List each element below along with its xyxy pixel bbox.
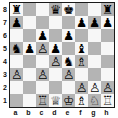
chess-board: ♜♛♚♜♟♟♟♟♟♟♞♟♙♟♝♙♞♗♙♙♙♙♙♙♖♕♔♗♘♖ [9, 2, 115, 108]
square-h7[interactable]: ♟ [101, 16, 114, 29]
square-d7[interactable] [49, 16, 62, 29]
square-e4[interactable]: ♞ [62, 55, 75, 68]
square-f2[interactable]: ♙ [75, 81, 88, 94]
square-f6[interactable] [75, 29, 88, 42]
file-labels: abcdefgh [9, 108, 115, 118]
white-rook-icon: ♖ [37, 94, 48, 107]
square-g1[interactable]: ♘ [88, 94, 101, 107]
square-g7[interactable]: ♟ [88, 16, 101, 29]
square-b1[interactable] [23, 94, 36, 107]
rank-label-3: 3 [0, 68, 9, 81]
black-knight-icon: ♞ [11, 42, 22, 55]
square-e2[interactable] [62, 81, 75, 94]
file-label-h: h [100, 108, 113, 118]
square-f1[interactable]: ♗ [75, 94, 88, 107]
file-label-c: c [35, 108, 48, 118]
square-c7[interactable] [36, 16, 49, 29]
file-label-a: a [9, 108, 22, 118]
square-h2[interactable]: ♙ [101, 81, 114, 94]
square-a1[interactable] [10, 94, 23, 107]
square-h8[interactable]: ♜ [101, 3, 114, 16]
square-a3[interactable]: ♙ [10, 68, 23, 81]
file-label-b: b [22, 108, 35, 118]
rank-label-1: 1 [0, 94, 9, 107]
square-c2[interactable] [36, 81, 49, 94]
square-c3[interactable]: ♙ [36, 68, 49, 81]
square-f5[interactable]: ♝ [75, 42, 88, 55]
white-bishop-icon: ♗ [76, 55, 87, 68]
square-d2[interactable] [49, 81, 62, 94]
file-label-g: g [87, 108, 100, 118]
file-label-d: d [48, 108, 61, 118]
square-f8[interactable] [75, 3, 88, 16]
square-h1[interactable]: ♖ [101, 94, 114, 107]
square-d6[interactable] [49, 29, 62, 42]
square-h4[interactable] [101, 55, 114, 68]
black-pawn-icon: ♟ [89, 16, 100, 29]
rank-label-2: 2 [0, 81, 9, 94]
rank-label-7: 7 [0, 16, 9, 29]
black-pawn-icon: ♟ [37, 29, 48, 42]
square-c4[interactable] [36, 55, 49, 68]
white-rook-icon: ♖ [102, 94, 113, 107]
black-pawn-icon: ♟ [11, 16, 22, 29]
white-pawn-icon: ♙ [37, 68, 48, 81]
black-knight-icon: ♞ [63, 55, 74, 68]
square-a6[interactable] [10, 29, 23, 42]
black-rook-icon: ♜ [11, 3, 22, 16]
square-b7[interactable] [23, 16, 36, 29]
square-b8[interactable] [23, 3, 36, 16]
square-h6[interactable] [101, 29, 114, 42]
black-pawn-icon: ♟ [76, 16, 87, 29]
square-a8[interactable]: ♜ [10, 3, 23, 16]
black-king-icon: ♚ [63, 3, 74, 16]
black-pawn-icon: ♟ [63, 29, 74, 42]
square-c6[interactable]: ♟ [36, 29, 49, 42]
rank-label-4: 4 [0, 55, 9, 68]
rank-labels: 87654321 [0, 2, 9, 108]
square-d3[interactable] [49, 68, 62, 81]
square-c8[interactable] [36, 3, 49, 16]
square-g8[interactable] [88, 3, 101, 16]
square-g5[interactable] [88, 42, 101, 55]
white-king-icon: ♔ [63, 94, 74, 107]
square-b2[interactable] [23, 81, 36, 94]
square-d5[interactable]: ♟ [49, 42, 62, 55]
black-pawn-icon: ♟ [50, 42, 61, 55]
square-c1[interactable]: ♖ [36, 94, 49, 107]
square-g2[interactable]: ♙ [88, 81, 101, 94]
white-pawn-icon: ♙ [50, 55, 61, 68]
square-e1[interactable]: ♔ [62, 94, 75, 107]
white-pawn-icon: ♙ [76, 81, 87, 94]
square-e8[interactable]: ♚ [62, 3, 75, 16]
file-label-f: f [74, 108, 87, 118]
white-knight-icon: ♘ [89, 94, 100, 107]
square-d4[interactable]: ♙ [49, 55, 62, 68]
black-pawn-icon: ♟ [102, 16, 113, 29]
square-e7[interactable] [62, 16, 75, 29]
square-g4[interactable] [88, 55, 101, 68]
black-bishop-icon: ♝ [76, 42, 87, 55]
square-e5[interactable] [62, 42, 75, 55]
square-f4[interactable]: ♗ [75, 55, 88, 68]
square-b6[interactable] [23, 29, 36, 42]
square-b3[interactable] [23, 68, 36, 81]
rank-label-5: 5 [0, 42, 9, 55]
rank-label-6: 6 [0, 29, 9, 42]
square-b4[interactable] [23, 55, 36, 68]
white-pawn-icon: ♙ [11, 68, 22, 81]
square-e6[interactable]: ♟ [62, 29, 75, 42]
white-bishop-icon: ♗ [76, 94, 87, 107]
rank-label-8: 8 [0, 3, 9, 16]
white-pawn-icon: ♙ [89, 81, 100, 94]
square-a5[interactable]: ♞ [10, 42, 23, 55]
square-f7[interactable]: ♟ [75, 16, 88, 29]
square-g3[interactable] [88, 68, 101, 81]
black-rook-icon: ♜ [102, 3, 113, 16]
square-d8[interactable]: ♛ [49, 3, 62, 16]
square-c5[interactable]: ♙ [36, 42, 49, 55]
white-queen-icon: ♕ [50, 94, 61, 107]
square-g6[interactable] [88, 29, 101, 42]
square-a7[interactable]: ♟ [10, 16, 23, 29]
file-label-e: e [61, 108, 74, 118]
square-a4[interactable] [10, 55, 23, 68]
square-b5[interactable]: ♟ [23, 42, 36, 55]
chess-diagram: 87654321 ♜♛♚♜♟♟♟♟♟♟♞♟♙♟♝♙♞♗♙♙♙♙♙♙♖♕♔♗♘♖ … [0, 0, 118, 118]
black-queen-icon: ♛ [50, 3, 61, 16]
square-f3[interactable] [75, 68, 88, 81]
black-pawn-icon: ♟ [24, 42, 35, 55]
square-h3[interactable] [101, 68, 114, 81]
square-d1[interactable]: ♕ [49, 94, 62, 107]
white-pawn-icon: ♙ [37, 42, 48, 55]
square-e3[interactable]: ♙ [62, 68, 75, 81]
white-pawn-icon: ♙ [102, 81, 113, 94]
square-a2[interactable] [10, 81, 23, 94]
white-pawn-icon: ♙ [63, 68, 74, 81]
square-h5[interactable] [101, 42, 114, 55]
